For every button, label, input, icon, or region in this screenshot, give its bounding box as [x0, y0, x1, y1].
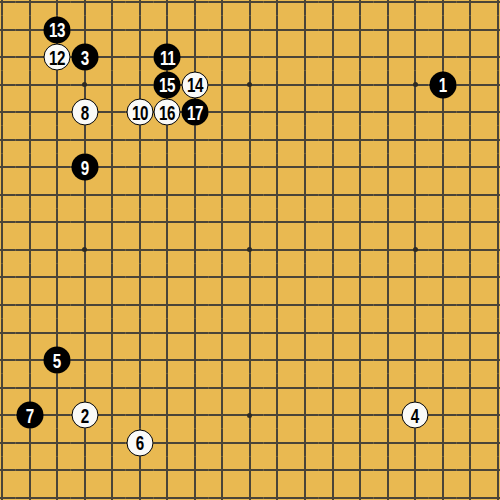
intersection	[291, 16, 319, 44]
intersection	[291, 71, 319, 99]
intersection	[291, 484, 319, 500]
intersection	[429, 484, 457, 500]
intersection	[484, 374, 500, 402]
intersection	[429, 346, 457, 374]
intersection	[43, 98, 71, 126]
intersection: 15	[154, 71, 182, 99]
intersection	[346, 484, 374, 500]
intersection	[401, 0, 429, 16]
intersection	[291, 236, 319, 264]
stone-move-8: 8	[71, 99, 98, 126]
stone-move-5: 5	[44, 347, 71, 374]
intersection	[429, 43, 457, 71]
intersection: 3	[71, 43, 99, 71]
intersection	[236, 346, 264, 374]
stone-number: 17	[187, 102, 203, 122]
intersection	[291, 457, 319, 485]
intersection	[429, 209, 457, 237]
intersection	[154, 16, 182, 44]
intersection	[154, 154, 182, 182]
intersection	[484, 181, 500, 209]
intersection	[401, 209, 429, 237]
intersection	[236, 0, 264, 16]
intersection	[401, 236, 429, 264]
stone-number: 12	[49, 47, 65, 67]
intersection	[484, 43, 500, 71]
intersection	[209, 457, 237, 485]
intersection	[181, 236, 209, 264]
intersection	[126, 401, 154, 429]
intersection	[236, 374, 264, 402]
intersection	[71, 291, 99, 319]
intersection: 14	[181, 71, 209, 99]
intersection	[264, 0, 292, 16]
intersection	[264, 264, 292, 292]
intersection	[319, 457, 347, 485]
intersection	[346, 71, 374, 99]
intersection	[374, 126, 402, 154]
intersection	[401, 319, 429, 347]
intersection: 8	[71, 98, 99, 126]
intersection: 9	[71, 154, 99, 182]
intersection	[181, 374, 209, 402]
intersection	[71, 264, 99, 292]
intersection	[43, 264, 71, 292]
intersection	[209, 126, 237, 154]
intersection	[43, 0, 71, 16]
intersection	[126, 209, 154, 237]
intersection	[264, 154, 292, 182]
intersection	[0, 0, 16, 16]
intersection	[71, 457, 99, 485]
intersection	[401, 291, 429, 319]
intersection	[291, 346, 319, 374]
intersection	[16, 71, 44, 99]
stone-move-1: 1	[429, 71, 456, 98]
intersection	[291, 291, 319, 319]
intersection	[457, 291, 485, 319]
intersection	[98, 457, 126, 485]
intersection	[291, 401, 319, 429]
intersection	[181, 126, 209, 154]
intersection	[209, 291, 237, 319]
intersection	[126, 374, 154, 402]
intersection	[319, 98, 347, 126]
intersection: 4	[401, 401, 429, 429]
intersection	[374, 71, 402, 99]
intersection	[319, 43, 347, 71]
intersection	[374, 457, 402, 485]
intersection	[484, 209, 500, 237]
intersection	[346, 209, 374, 237]
intersection: 11	[154, 43, 182, 71]
intersection	[291, 429, 319, 457]
intersection	[181, 43, 209, 71]
intersection	[98, 401, 126, 429]
intersection	[16, 457, 44, 485]
intersection	[264, 43, 292, 71]
intersection	[98, 264, 126, 292]
intersection	[209, 264, 237, 292]
intersection	[154, 126, 182, 154]
intersection	[43, 209, 71, 237]
intersection	[154, 374, 182, 402]
intersection	[484, 264, 500, 292]
intersection	[346, 16, 374, 44]
intersection	[346, 0, 374, 16]
intersection	[98, 126, 126, 154]
intersection	[0, 374, 16, 402]
intersection	[429, 319, 457, 347]
intersection	[236, 236, 264, 264]
intersection	[16, 264, 44, 292]
stone-number: 4	[411, 405, 419, 425]
star-point	[413, 247, 418, 252]
intersection	[154, 346, 182, 374]
intersection	[346, 236, 374, 264]
intersection	[236, 126, 264, 154]
intersection	[126, 154, 154, 182]
intersection	[71, 71, 99, 99]
intersection	[154, 429, 182, 457]
intersection	[43, 236, 71, 264]
intersection	[236, 43, 264, 71]
go-board-grid: 1312311151418101617957246	[0, 0, 500, 500]
intersection	[346, 154, 374, 182]
star-point	[247, 247, 252, 252]
intersection	[457, 346, 485, 374]
intersection	[319, 154, 347, 182]
intersection	[71, 346, 99, 374]
intersection	[319, 264, 347, 292]
intersection	[264, 291, 292, 319]
intersection	[319, 401, 347, 429]
intersection	[374, 236, 402, 264]
stone-move-2: 2	[71, 402, 98, 429]
intersection	[457, 401, 485, 429]
intersection	[484, 98, 500, 126]
go-board: 1312311151418101617957246	[0, 0, 500, 500]
intersection	[374, 429, 402, 457]
intersection	[16, 43, 44, 71]
intersection	[209, 484, 237, 500]
intersection	[181, 457, 209, 485]
intersection	[43, 71, 71, 99]
intersection	[457, 236, 485, 264]
intersection	[484, 236, 500, 264]
intersection	[0, 181, 16, 209]
intersection	[43, 457, 71, 485]
intersection	[0, 429, 16, 457]
intersection	[0, 209, 16, 237]
intersection	[154, 209, 182, 237]
intersection	[319, 429, 347, 457]
intersection	[181, 154, 209, 182]
intersection	[457, 71, 485, 99]
intersection	[346, 43, 374, 71]
intersection	[71, 374, 99, 402]
intersection	[154, 484, 182, 500]
intersection	[98, 236, 126, 264]
intersection	[264, 457, 292, 485]
intersection	[154, 291, 182, 319]
intersection	[0, 319, 16, 347]
intersection	[71, 484, 99, 500]
intersection	[209, 401, 237, 429]
intersection	[16, 291, 44, 319]
intersection	[401, 181, 429, 209]
intersection	[484, 154, 500, 182]
intersection	[16, 236, 44, 264]
intersection	[16, 346, 44, 374]
intersection	[264, 429, 292, 457]
intersection	[98, 98, 126, 126]
intersection	[374, 0, 402, 16]
intersection	[264, 126, 292, 154]
intersection	[236, 71, 264, 99]
intersection	[126, 0, 154, 16]
intersection	[401, 484, 429, 500]
intersection	[0, 401, 16, 429]
intersection	[43, 429, 71, 457]
intersection	[154, 457, 182, 485]
intersection	[401, 16, 429, 44]
intersection: 7	[16, 401, 44, 429]
intersection: 5	[43, 346, 71, 374]
intersection	[346, 264, 374, 292]
intersection	[236, 209, 264, 237]
intersection	[346, 457, 374, 485]
intersection	[0, 43, 16, 71]
intersection	[346, 98, 374, 126]
stone-move-10: 10	[126, 99, 153, 126]
intersection	[346, 319, 374, 347]
intersection	[43, 291, 71, 319]
intersection	[429, 264, 457, 292]
intersection	[126, 264, 154, 292]
intersection	[236, 319, 264, 347]
intersection	[319, 209, 347, 237]
intersection	[43, 401, 71, 429]
intersection	[291, 374, 319, 402]
intersection	[126, 346, 154, 374]
stone-move-13: 13	[44, 16, 71, 43]
intersection	[374, 16, 402, 44]
stone-number: 10	[132, 102, 148, 122]
intersection	[181, 291, 209, 319]
intersection	[374, 43, 402, 71]
stone-move-3: 3	[71, 44, 98, 71]
intersection	[429, 98, 457, 126]
intersection: 6	[126, 429, 154, 457]
intersection	[98, 43, 126, 71]
intersection	[264, 71, 292, 99]
intersection	[71, 429, 99, 457]
intersection	[209, 16, 237, 44]
intersection	[264, 98, 292, 126]
intersection	[457, 98, 485, 126]
intersection	[457, 209, 485, 237]
intersection	[236, 264, 264, 292]
intersection	[346, 401, 374, 429]
intersection	[209, 71, 237, 99]
intersection	[457, 43, 485, 71]
intersection	[291, 319, 319, 347]
intersection	[71, 209, 99, 237]
intersection	[209, 154, 237, 182]
intersection	[429, 16, 457, 44]
intersection	[264, 484, 292, 500]
intersection	[154, 0, 182, 16]
intersection	[374, 484, 402, 500]
intersection	[181, 0, 209, 16]
intersection	[209, 0, 237, 16]
intersection	[319, 484, 347, 500]
intersection	[236, 291, 264, 319]
intersection	[181, 429, 209, 457]
intersection	[126, 16, 154, 44]
intersection	[98, 429, 126, 457]
intersection	[346, 291, 374, 319]
intersection	[429, 374, 457, 402]
intersection	[457, 181, 485, 209]
intersection	[43, 319, 71, 347]
intersection	[291, 126, 319, 154]
intersection	[236, 98, 264, 126]
intersection	[126, 236, 154, 264]
intersection	[181, 209, 209, 237]
stone-move-17: 17	[181, 99, 208, 126]
intersection	[209, 346, 237, 374]
intersection	[236, 401, 264, 429]
stone-move-15: 15	[154, 71, 181, 98]
intersection	[457, 319, 485, 347]
intersection	[429, 181, 457, 209]
stone-number: 7	[26, 405, 34, 425]
intersection: 1	[429, 71, 457, 99]
intersection	[0, 126, 16, 154]
intersection: 10	[126, 98, 154, 126]
intersection	[0, 291, 16, 319]
intersection	[236, 457, 264, 485]
intersection	[374, 291, 402, 319]
intersection	[401, 154, 429, 182]
stone-move-11: 11	[154, 44, 181, 71]
intersection	[484, 0, 500, 16]
stone-move-9: 9	[71, 154, 98, 181]
intersection	[346, 374, 374, 402]
intersection	[181, 484, 209, 500]
intersection	[319, 181, 347, 209]
intersection	[0, 154, 16, 182]
intersection	[429, 236, 457, 264]
intersection	[16, 16, 44, 44]
intersection	[209, 98, 237, 126]
intersection	[236, 181, 264, 209]
intersection	[209, 236, 237, 264]
intersection	[374, 319, 402, 347]
intersection	[401, 374, 429, 402]
intersection	[181, 16, 209, 44]
intersection	[98, 154, 126, 182]
intersection	[401, 457, 429, 485]
stone-number: 15	[159, 75, 175, 95]
intersection	[374, 181, 402, 209]
intersection	[291, 264, 319, 292]
intersection	[484, 484, 500, 500]
stone-number: 16	[159, 102, 175, 122]
intersection	[484, 291, 500, 319]
intersection	[457, 429, 485, 457]
intersection	[457, 457, 485, 485]
intersection	[43, 154, 71, 182]
intersection: 16	[154, 98, 182, 126]
intersection	[98, 319, 126, 347]
intersection	[457, 484, 485, 500]
intersection	[71, 16, 99, 44]
intersection	[0, 346, 16, 374]
intersection	[0, 457, 16, 485]
intersection	[0, 236, 16, 264]
intersection	[43, 484, 71, 500]
stone-number: 14	[187, 75, 203, 95]
intersection	[264, 236, 292, 264]
intersection	[71, 126, 99, 154]
intersection	[429, 457, 457, 485]
intersection	[264, 346, 292, 374]
intersection	[401, 429, 429, 457]
intersection: 17	[181, 98, 209, 126]
stone-number: 11	[160, 47, 175, 67]
intersection	[154, 236, 182, 264]
intersection	[484, 319, 500, 347]
intersection	[98, 374, 126, 402]
intersection	[346, 126, 374, 154]
star-point	[247, 413, 252, 418]
stone-number: 3	[81, 47, 89, 67]
intersection	[16, 181, 44, 209]
intersection	[154, 401, 182, 429]
intersection	[16, 429, 44, 457]
intersection	[346, 346, 374, 374]
intersection	[264, 374, 292, 402]
intersection	[457, 264, 485, 292]
star-point	[82, 247, 87, 252]
intersection	[264, 401, 292, 429]
intersection	[43, 181, 71, 209]
intersection	[484, 346, 500, 374]
stone-move-14: 14	[181, 71, 208, 98]
stone-number: 9	[81, 157, 89, 177]
intersection	[43, 126, 71, 154]
intersection	[291, 98, 319, 126]
intersection	[401, 43, 429, 71]
intersection	[209, 43, 237, 71]
intersection: 12	[43, 43, 71, 71]
intersection	[154, 319, 182, 347]
intersection	[126, 291, 154, 319]
intersection	[484, 429, 500, 457]
intersection	[209, 181, 237, 209]
intersection	[291, 181, 319, 209]
intersection	[264, 319, 292, 347]
intersection	[0, 16, 16, 44]
intersection	[0, 98, 16, 126]
intersection	[291, 209, 319, 237]
intersection	[181, 264, 209, 292]
intersection	[484, 401, 500, 429]
intersection	[126, 43, 154, 71]
